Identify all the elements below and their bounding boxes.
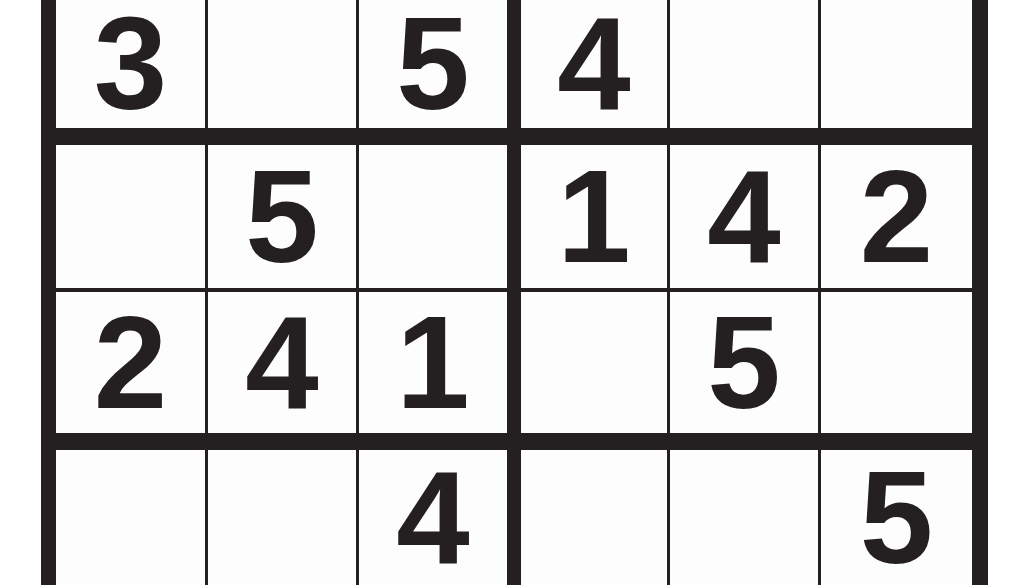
cell-r1c5[interactable] [670, 0, 818, 128]
cell-r1c1[interactable]: 3 [56, 0, 205, 128]
cell-r2c4[interactable]: 1 [521, 145, 667, 288]
cell-r3c4[interactable] [521, 292, 667, 433]
cell-r3c3[interactable]: 1 [359, 292, 507, 433]
cell-r1c4[interactable]: 4 [521, 0, 667, 128]
cell-r3c6[interactable] [821, 292, 972, 433]
cell-r2c6[interactable]: 2 [821, 145, 972, 288]
cell-r4c6[interactable]: 5 [821, 450, 972, 585]
cell-r2c3[interactable] [359, 145, 507, 288]
cell-r3c5[interactable]: 5 [670, 292, 818, 433]
sudoku-board: 3545142241545 [41, 0, 988, 585]
cell-r1c3[interactable]: 5 [359, 0, 507, 128]
cell-r2c1[interactable] [56, 145, 205, 288]
cell-r2c2[interactable]: 5 [208, 145, 356, 288]
cell-r3c2[interactable]: 4 [208, 292, 356, 433]
cell-r1c6[interactable] [821, 0, 972, 128]
cell-r2c5[interactable]: 4 [670, 145, 818, 288]
cell-r4c5[interactable] [670, 450, 818, 585]
cell-r4c3[interactable]: 4 [359, 450, 507, 585]
cell-r4c1[interactable] [56, 450, 205, 585]
cell-r3c1[interactable]: 2 [56, 292, 205, 433]
cell-r4c2[interactable] [208, 450, 356, 585]
cell-r1c2[interactable] [208, 0, 356, 128]
cell-r4c4[interactable] [521, 450, 667, 585]
